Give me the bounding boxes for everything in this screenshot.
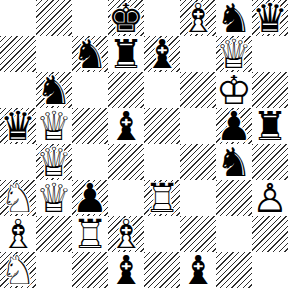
black-knight-glyph: ♞ [72,36,108,72]
black-knight-glyph: ♞ [216,144,252,180]
piece-black-rook: ♜♜ [108,36,144,72]
black-rook-glyph: ♜ [252,108,288,144]
black-bishop-glyph: ♝ [180,252,216,288]
piece-black-knight: ♞♞ [216,144,252,180]
square-c2[interactable]: ♜♖ [72,216,108,252]
square-d4[interactable] [108,144,144,180]
piece-black-rook: ♜♜ [252,108,288,144]
black-queen-glyph: ♛ [252,0,288,36]
square-c1[interactable] [72,252,108,288]
black-bishop-glyph: ♝ [108,252,144,288]
square-h5[interactable]: ♜♜ [252,108,288,144]
square-d7[interactable]: ♜♜ [108,36,144,72]
square-f3[interactable] [180,180,216,216]
square-f6[interactable] [180,72,216,108]
square-e7[interactable]: ♝♝ [144,36,180,72]
square-f7[interactable] [180,36,216,72]
piece-white-rook: ♜♖ [144,180,180,216]
square-e3[interactable]: ♜♖ [144,180,180,216]
white-pawn-glyph: ♙ [252,180,288,216]
black-queen-glyph: ♛ [0,108,36,144]
piece-white-queen: ♛♕ [36,180,72,216]
square-h8[interactable]: ♛♛ [252,0,288,36]
white-bishop-glyph: ♗ [180,0,216,36]
piece-black-bishop: ♝♝ [180,252,216,288]
square-g1[interactable] [216,252,252,288]
square-b8[interactable] [36,0,72,36]
square-f5[interactable] [180,108,216,144]
square-h1[interactable] [252,252,288,288]
piece-black-knight: ♞♞ [72,36,108,72]
square-f1[interactable]: ♝♝ [180,252,216,288]
square-f4[interactable] [180,144,216,180]
black-bishop-glyph: ♝ [144,36,180,72]
square-a1[interactable]: ♞♘ [0,252,36,288]
square-b2[interactable] [36,216,72,252]
square-a7[interactable] [0,36,36,72]
square-b3[interactable]: ♛♕ [36,180,72,216]
square-e1[interactable] [144,252,180,288]
square-g3[interactable] [216,180,252,216]
piece-white-rook: ♜♖ [72,216,108,252]
piece-black-bishop: ♝♝ [108,252,144,288]
piece-black-bishop: ♝♝ [144,36,180,72]
white-rook-glyph: ♖ [144,180,180,216]
piece-white-pawn: ♟♙ [252,180,288,216]
white-rook-glyph: ♖ [72,216,108,252]
square-d5[interactable]: ♝♝ [108,108,144,144]
black-rook-glyph: ♜ [108,36,144,72]
piece-black-bishop: ♝♝ [108,108,144,144]
square-h2[interactable] [252,216,288,252]
square-a5[interactable]: ♛♛ [0,108,36,144]
square-f8[interactable]: ♝♗ [180,0,216,36]
square-e2[interactable] [144,216,180,252]
square-b1[interactable] [36,252,72,288]
square-c5[interactable] [72,108,108,144]
square-e6[interactable] [144,72,180,108]
square-h3[interactable]: ♟♙ [252,180,288,216]
square-c7[interactable]: ♞♞ [72,36,108,72]
square-g2[interactable] [216,216,252,252]
white-queen-glyph: ♕ [36,180,72,216]
piece-white-knight: ♞♘ [0,252,36,288]
square-d1[interactable]: ♝♝ [108,252,144,288]
chessboard: ♚♚♝♗♞♞♛♛♞♞♜♜♝♝♛♕♞♞♚♔♛♛♛♕♝♝♟♟♜♜♛♕♞♞♞♘♛♕♟♟… [0,0,288,288]
square-a8[interactable] [0,0,36,36]
piece-black-queen: ♛♛ [252,0,288,36]
piece-black-queen: ♛♛ [0,108,36,144]
piece-white-bishop: ♝♗ [180,0,216,36]
square-h7[interactable] [252,36,288,72]
black-bishop-glyph: ♝ [108,108,144,144]
square-e5[interactable] [144,108,180,144]
white-knight-glyph: ♘ [0,252,36,288]
square-c6[interactable] [72,72,108,108]
square-g4[interactable]: ♞♞ [216,144,252,180]
